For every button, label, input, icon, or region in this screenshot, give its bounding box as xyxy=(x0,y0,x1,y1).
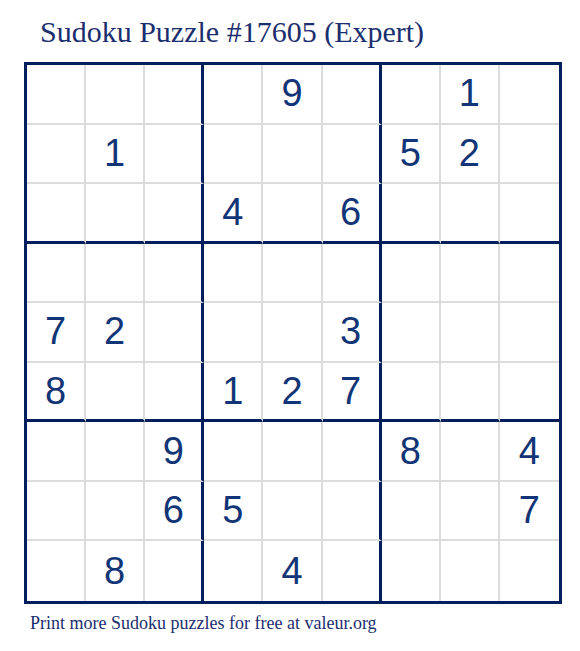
cell-r2c9 xyxy=(500,125,559,185)
cell-r9c1 xyxy=(27,541,86,601)
cell-r5c2: 2 xyxy=(86,303,145,363)
cell-r9c9 xyxy=(500,541,559,601)
cell-r7c2 xyxy=(86,422,145,482)
cell-r1c9 xyxy=(500,65,559,125)
cell-r5c8 xyxy=(441,303,500,363)
cell-r5c4 xyxy=(204,303,263,363)
cell-r6c2 xyxy=(86,363,145,423)
cell-r3c9 xyxy=(500,184,559,244)
cell-r4c3 xyxy=(145,244,204,304)
cell-r4c2 xyxy=(86,244,145,304)
cell-r6c7 xyxy=(382,363,441,423)
cell-r3c1 xyxy=(27,184,86,244)
cell-r3c4: 4 xyxy=(204,184,263,244)
cell-r6c9 xyxy=(500,363,559,423)
cell-r3c7 xyxy=(382,184,441,244)
cell-r9c2: 8 xyxy=(86,541,145,601)
cell-r5c9 xyxy=(500,303,559,363)
cell-r3c8 xyxy=(441,184,500,244)
cell-r4c8 xyxy=(441,244,500,304)
cell-r9c4 xyxy=(204,541,263,601)
cell-r6c5: 2 xyxy=(263,363,322,423)
cell-r3c5 xyxy=(263,184,322,244)
cell-r7c8 xyxy=(441,422,500,482)
cell-r2c1 xyxy=(27,125,86,185)
cell-r5c7 xyxy=(382,303,441,363)
cell-r7c1 xyxy=(27,422,86,482)
cell-r6c3 xyxy=(145,363,204,423)
cell-r1c3 xyxy=(145,65,204,125)
cell-r6c8 xyxy=(441,363,500,423)
cell-r5c6: 3 xyxy=(323,303,382,363)
cell-r8c1 xyxy=(27,482,86,542)
cell-r8c4: 5 xyxy=(204,482,263,542)
cell-r6c6: 7 xyxy=(323,363,382,423)
page-title: Sudoku Puzzle #17605 (Expert) xyxy=(40,14,424,50)
footer-text: Print more Sudoku puzzles for free at va… xyxy=(30,612,377,634)
cell-r4c7 xyxy=(382,244,441,304)
cell-r7c4 xyxy=(204,422,263,482)
cell-r9c3 xyxy=(145,541,204,601)
cell-r7c7: 8 xyxy=(382,422,441,482)
cell-r8c3: 6 xyxy=(145,482,204,542)
cell-r2c5 xyxy=(263,125,322,185)
cell-r2c6 xyxy=(323,125,382,185)
cell-r1c7 xyxy=(382,65,441,125)
cell-r5c5 xyxy=(263,303,322,363)
cell-r7c3: 9 xyxy=(145,422,204,482)
cell-r1c4 xyxy=(204,65,263,125)
cell-r8c7 xyxy=(382,482,441,542)
cell-r2c7: 5 xyxy=(382,125,441,185)
cell-r6c4: 1 xyxy=(204,363,263,423)
cell-r2c2: 1 xyxy=(86,125,145,185)
cell-r2c4 xyxy=(204,125,263,185)
cell-r9c5: 4 xyxy=(263,541,322,601)
cell-r8c9: 7 xyxy=(500,482,559,542)
cell-r9c7 xyxy=(382,541,441,601)
cell-r9c8 xyxy=(441,541,500,601)
cell-r8c6 xyxy=(323,482,382,542)
cell-r2c3 xyxy=(145,125,204,185)
cell-r8c2 xyxy=(86,482,145,542)
cell-r4c9 xyxy=(500,244,559,304)
cell-r5c3 xyxy=(145,303,204,363)
cell-r4c5 xyxy=(263,244,322,304)
cell-r1c8: 1 xyxy=(441,65,500,125)
cell-r3c2 xyxy=(86,184,145,244)
cell-r8c5 xyxy=(263,482,322,542)
cell-r1c6 xyxy=(323,65,382,125)
cell-r8c8 xyxy=(441,482,500,542)
cell-r7c9: 4 xyxy=(500,422,559,482)
cell-r4c1 xyxy=(27,244,86,304)
cell-r1c5: 9 xyxy=(263,65,322,125)
cell-r4c4 xyxy=(204,244,263,304)
sudoku-board: 9115246723812798465784 xyxy=(24,62,562,604)
cell-r4c6 xyxy=(323,244,382,304)
cell-r1c2 xyxy=(86,65,145,125)
cell-r2c8: 2 xyxy=(441,125,500,185)
cell-r1c1 xyxy=(27,65,86,125)
cell-r3c6: 6 xyxy=(323,184,382,244)
cell-r9c6 xyxy=(323,541,382,601)
cell-r6c1: 8 xyxy=(27,363,86,423)
cell-r7c6 xyxy=(323,422,382,482)
sudoku-print-page: Sudoku Puzzle #17605 (Expert) 9115246723… xyxy=(0,0,580,651)
cell-r7c5 xyxy=(263,422,322,482)
cell-r5c1: 7 xyxy=(27,303,86,363)
cell-r3c3 xyxy=(145,184,204,244)
